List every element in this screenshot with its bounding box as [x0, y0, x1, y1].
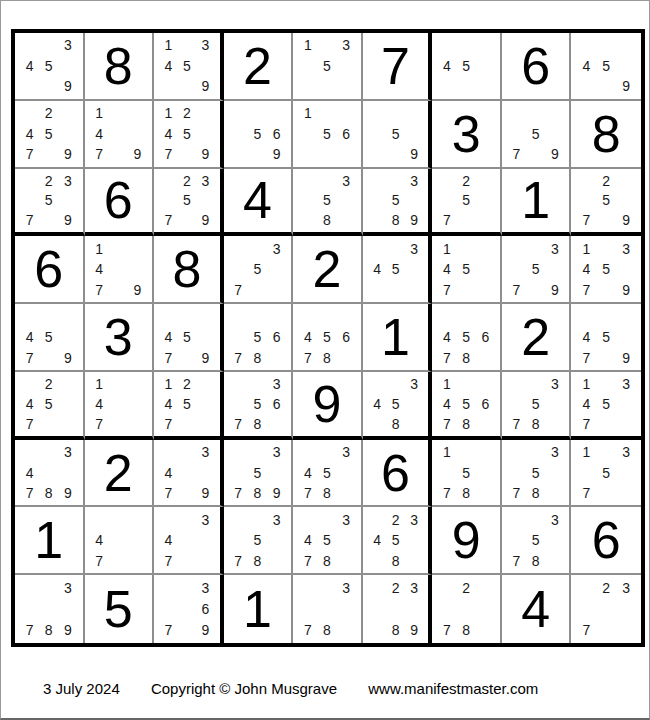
pencil-empty: [178, 598, 197, 619]
cell-r6c5[interactable]: 9: [293, 372, 363, 440]
pencil-empty: [248, 280, 267, 301]
cell-r9c9[interactable]: 237: [571, 575, 641, 643]
pencil-mark-5: 5: [317, 190, 336, 210]
pencil-empty: [545, 414, 564, 434]
cell-r5c4[interactable]: 5678: [224, 304, 294, 372]
cell-r2c6[interactable]: 59: [363, 101, 433, 169]
cell-r4c6[interactable]: 345: [363, 236, 433, 304]
cell-r1c4[interactable]: 2: [224, 33, 294, 101]
pencil-mark-5: 5: [248, 462, 267, 483]
pencil-mark-9: 9: [196, 210, 215, 230]
pencil-mark-3: 3: [616, 442, 636, 463]
pencil-empty: [267, 259, 286, 280]
pencil-empty: [298, 76, 317, 97]
pencil-mark-4: 4: [159, 123, 178, 144]
cell-r1c5[interactable]: 135: [293, 33, 363, 101]
pencil-mark-7: 7: [298, 347, 317, 368]
pencil-mark-3: 3: [616, 238, 636, 259]
pencil-mark-7: 7: [20, 620, 39, 641]
cell-r9c8[interactable]: 4: [502, 575, 572, 643]
pencil-mark-3: 3: [337, 442, 356, 463]
pencil-mark-6: 6: [267, 327, 286, 348]
pencil-mark-7: 7: [437, 210, 456, 230]
cell-r2c2[interactable]: 1479: [85, 101, 155, 169]
pencil-mark-9: 9: [58, 347, 77, 368]
pencil-empty: [368, 238, 387, 259]
cell-r8c1[interactable]: 1: [15, 507, 85, 575]
pencil-mark-1: 1: [90, 238, 109, 259]
pencil-empty: [405, 190, 424, 210]
pencil-mark-2: 2: [178, 374, 197, 394]
pencil-mark-7: 7: [20, 483, 39, 504]
pencil-mark-3: 3: [58, 171, 77, 191]
pencil-empty: [229, 238, 248, 259]
pencil-empty: [248, 103, 267, 124]
pencil-empty: [386, 171, 405, 191]
cell-r7c2[interactable]: 2: [85, 440, 155, 508]
pencil-empty: [58, 103, 77, 124]
cell-value: 3: [85, 304, 153, 370]
pencil-empty: [405, 259, 424, 280]
pencil-mark-2: 2: [39, 171, 58, 191]
cell-r5c7[interactable]: 45678: [432, 304, 502, 372]
pencil-marks: 45: [432, 33, 500, 99]
pencil-empty: [616, 35, 636, 56]
pencil-empty: [437, 35, 456, 56]
pencil-empty: [576, 35, 596, 56]
cell-r7c1[interactable]: 34789: [15, 440, 85, 508]
pencil-empty: [109, 238, 128, 259]
pencil-empty: [267, 103, 286, 124]
cell-r8c4[interactable]: 3578: [224, 507, 294, 575]
cell-r4c5[interactable]: 2: [293, 236, 363, 304]
pencil-mark-5: 5: [386, 123, 405, 144]
pencil-empty: [368, 210, 387, 230]
pencil-marks: 124579: [154, 101, 220, 167]
pencil-marks: 134579: [571, 236, 641, 302]
cell-r2c5[interactable]: 156: [293, 101, 363, 169]
cell-r9c7[interactable]: 278: [432, 575, 502, 643]
cell-r5c9[interactable]: 4579: [571, 304, 641, 372]
pencil-mark-3: 3: [267, 442, 286, 463]
cell-r3c5[interactable]: 358: [293, 169, 363, 237]
pencil-empty: [616, 171, 636, 191]
cell-r4c4[interactable]: 357: [224, 236, 294, 304]
pencil-marks: 23458: [363, 507, 429, 573]
pencil-empty: [109, 280, 128, 301]
pencil-marks: 147: [85, 372, 153, 436]
pencil-mark-7: 7: [20, 347, 39, 368]
pencil-mark-7: 7: [90, 144, 109, 165]
pencil-empty: [368, 144, 387, 165]
pencil-mark-4: 4: [298, 462, 317, 483]
pencil-empty: [405, 598, 424, 619]
pencil-empty: [596, 483, 616, 504]
pencil-empty: [386, 103, 405, 124]
pencil-marks: 2579: [571, 169, 641, 233]
pencil-marks: 1479: [85, 101, 153, 167]
cell-r9c4[interactable]: 1: [224, 575, 294, 643]
pencil-empty: [229, 442, 248, 463]
pencil-empty: [457, 210, 476, 230]
pencil-empty: [476, 620, 495, 641]
cell-r3c1[interactable]: 23579: [15, 169, 85, 237]
pencil-marks: 569: [224, 101, 292, 167]
pencil-empty: [109, 144, 128, 165]
pencil-marks: 47: [85, 507, 153, 573]
cell-r6c4[interactable]: 35678: [224, 372, 294, 440]
pencil-empty: [196, 306, 215, 327]
pencil-empty: [20, 442, 39, 463]
pencil-empty: [109, 374, 128, 394]
cell-r9c6[interactable]: 2389: [363, 575, 433, 643]
pencil-empty: [229, 123, 248, 144]
pencil-mark-7: 7: [437, 620, 456, 641]
pencil-mark-4: 4: [90, 394, 109, 414]
pencil-empty: [39, 442, 58, 463]
pencil-empty: [337, 598, 356, 619]
pencil-marks: 34578: [293, 507, 361, 573]
pencil-empty: [616, 190, 636, 210]
cell-r1c9[interactable]: 459: [571, 33, 641, 101]
pencil-empty: [437, 577, 456, 598]
cell-value: 9: [293, 372, 361, 436]
pencil-empty: [526, 442, 545, 463]
pencil-mark-4: 4: [159, 462, 178, 483]
cell-r6c7[interactable]: 145678: [432, 372, 502, 440]
pencil-mark-7: 7: [159, 414, 178, 434]
pencil-mark-5: 5: [526, 394, 545, 414]
pencil-mark-7: 7: [507, 280, 526, 301]
pencil-empty: [196, 190, 215, 210]
pencil-empty: [229, 259, 248, 280]
pencil-marks: 345: [363, 236, 429, 302]
pencil-mark-8: 8: [317, 347, 336, 368]
cell-r5c2[interactable]: 3: [85, 304, 155, 372]
pencil-mark-3: 3: [405, 171, 424, 191]
pencil-mark-5: 5: [596, 259, 616, 280]
pencil-mark-5: 5: [596, 327, 616, 348]
pencil-empty: [337, 56, 356, 77]
pencil-marks: 4579: [154, 304, 220, 370]
pencil-empty: [368, 374, 387, 394]
cell-value: 6: [85, 169, 153, 233]
pencil-empty: [128, 103, 147, 124]
cell-r4c1[interactable]: 6: [15, 236, 85, 304]
cell-r3c4[interactable]: 4: [224, 169, 294, 237]
cell-r5c8[interactable]: 2: [502, 304, 572, 372]
pencil-empty: [128, 238, 147, 259]
pencil-empty: [20, 76, 39, 97]
cell-r1c1[interactable]: 3459: [15, 33, 85, 101]
cell-value: 1: [502, 169, 570, 233]
pencil-mark-3: 3: [545, 238, 564, 259]
pencil-mark-7: 7: [298, 551, 317, 572]
cell-r9c5[interactable]: 378: [293, 575, 363, 643]
pencil-empty: [457, 35, 476, 56]
pencil-mark-3: 3: [616, 374, 636, 394]
pencil-empty: [317, 598, 336, 619]
pencil-empty: [39, 306, 58, 327]
pencil-empty: [317, 76, 336, 97]
cell-r4c3[interactable]: 8: [154, 236, 224, 304]
cell-r5c1[interactable]: 4579: [15, 304, 85, 372]
pencil-empty: [178, 144, 197, 165]
pencil-empty: [368, 598, 387, 619]
cell-r6c9[interactable]: 13457: [571, 372, 641, 440]
pencil-marks: 3578: [224, 507, 292, 573]
pencil-empty: [178, 35, 197, 56]
pencil-marks: 237: [571, 575, 641, 643]
pencil-empty: [507, 238, 526, 259]
cell-r6c6[interactable]: 3458: [363, 372, 433, 440]
pencil-mark-1: 1: [298, 103, 317, 124]
cell-r2c9[interactable]: 8: [571, 101, 641, 169]
pencil-empty: [298, 577, 317, 598]
cell-r1c3[interactable]: 13459: [154, 33, 224, 101]
cell-r9c2[interactable]: 5: [85, 575, 155, 643]
cell-r1c7[interactable]: 45: [432, 33, 502, 101]
cell-r2c1[interactable]: 24579: [15, 101, 85, 169]
pencil-empty: [526, 280, 545, 301]
pencil-empty: [457, 598, 476, 619]
pencil-empty: [229, 462, 248, 483]
pencil-mark-5: 5: [386, 259, 405, 280]
pencil-empty: [267, 306, 286, 327]
pencil-empty: [248, 374, 267, 394]
pencil-empty: [39, 462, 58, 483]
pencil-empty: [20, 190, 39, 210]
cell-r9c3[interactable]: 3679: [154, 575, 224, 643]
cell-r6c3[interactable]: 12457: [154, 372, 224, 440]
cell-r8c5[interactable]: 34578: [293, 507, 363, 575]
pencil-empty: [616, 394, 636, 414]
cell-r5c3[interactable]: 4579: [154, 304, 224, 372]
pencil-empty: [178, 509, 197, 530]
pencil-mark-7: 7: [576, 414, 596, 434]
cell-r8c7[interactable]: 9: [432, 507, 502, 575]
pencil-mark-9: 9: [616, 347, 636, 368]
pencil-marks: 278: [432, 575, 500, 643]
pencil-empty: [476, 238, 495, 259]
cell-r3c7[interactable]: 257: [432, 169, 502, 237]
pencil-empty: [248, 238, 267, 259]
cell-r3c3[interactable]: 23579: [154, 169, 224, 237]
cell-r2c3[interactable]: 124579: [154, 101, 224, 169]
pencil-empty: [457, 442, 476, 463]
pencil-empty: [476, 171, 495, 191]
cell-r7c7[interactable]: 1578: [432, 440, 502, 508]
pencil-empty: [596, 306, 616, 327]
pencil-marks: 3479: [154, 440, 220, 506]
pencil-empty: [248, 144, 267, 165]
cell-r4c8[interactable]: 3579: [502, 236, 572, 304]
pencil-empty: [616, 327, 636, 348]
cell-value: 6: [15, 236, 83, 302]
pencil-mark-5: 5: [178, 190, 197, 210]
cell-r7c3[interactable]: 3479: [154, 440, 224, 508]
pencil-mark-7: 7: [298, 620, 317, 641]
pencil-empty: [596, 76, 616, 97]
pencil-mark-8: 8: [248, 551, 267, 572]
pencil-empty: [229, 374, 248, 394]
pencil-mark-7: 7: [437, 280, 456, 301]
pencil-mark-9: 9: [545, 280, 564, 301]
pencil-mark-6: 6: [476, 327, 495, 348]
cell-r9c1[interactable]: 3789: [15, 575, 85, 643]
pencil-empty: [317, 103, 336, 124]
pencil-empty: [507, 259, 526, 280]
pencil-mark-7: 7: [90, 551, 109, 572]
pencil-mark-4: 4: [20, 123, 39, 144]
cell-r4c7[interactable]: 1457: [432, 236, 502, 304]
cell-r2c8[interactable]: 579: [502, 101, 572, 169]
pencil-empty: [128, 394, 147, 414]
pencil-empty: [386, 374, 405, 394]
cell-r4c2[interactable]: 1479: [85, 236, 155, 304]
pencil-marks: 23579: [15, 169, 83, 233]
pencil-mark-7: 7: [437, 483, 456, 504]
cell-r5c5[interactable]: 45678: [293, 304, 363, 372]
cell-r7c8[interactable]: 3578: [502, 440, 572, 508]
pencil-empty: [178, 347, 197, 368]
pencil-empty: [317, 306, 336, 327]
pencil-empty: [616, 598, 636, 619]
pencil-empty: [298, 123, 317, 144]
pencil-mark-2: 2: [178, 103, 197, 124]
pencil-empty: [178, 414, 197, 434]
pencil-empty: [39, 577, 58, 598]
cell-r7c5[interactable]: 34578: [293, 440, 363, 508]
pencil-empty: [476, 462, 495, 483]
cell-r7c9[interactable]: 1357: [571, 440, 641, 508]
pencil-empty: [405, 551, 424, 572]
pencil-empty: [159, 577, 178, 598]
cell-r3c8[interactable]: 1: [502, 169, 572, 237]
pencil-mark-9: 9: [267, 483, 286, 504]
cell-r3c6[interactable]: 3589: [363, 169, 433, 237]
pencil-empty: [229, 509, 248, 530]
cell-r6c1[interactable]: 2457: [15, 372, 85, 440]
pencil-empty: [229, 144, 248, 165]
pencil-empty: [576, 76, 596, 97]
pencil-empty: [386, 144, 405, 165]
pencil-mark-5: 5: [596, 462, 616, 483]
pencil-empty: [616, 414, 636, 434]
cell-r3c2[interactable]: 6: [85, 169, 155, 237]
pencil-empty: [596, 280, 616, 301]
pencil-mark-7: 7: [576, 347, 596, 368]
pencil-empty: [58, 374, 77, 394]
cell-r1c8[interactable]: 6: [502, 33, 572, 101]
pencil-empty: [58, 598, 77, 619]
pencil-empty: [576, 577, 596, 598]
cell-r5c6[interactable]: 1: [363, 304, 433, 372]
pencil-mark-2: 2: [39, 374, 58, 394]
cell-r1c2[interactable]: 8: [85, 33, 155, 101]
pencil-mark-9: 9: [196, 76, 215, 97]
pencil-empty: [128, 530, 147, 551]
puzzle-page: { "game": "sudoku", "grid": { "size": 9,…: [0, 0, 650, 720]
pencil-empty: [596, 620, 616, 641]
pencil-empty: [437, 306, 456, 327]
pencil-empty: [476, 577, 495, 598]
pencil-empty: [337, 306, 356, 327]
pencil-mark-5: 5: [178, 123, 197, 144]
cell-r1c6[interactable]: 7: [363, 33, 433, 101]
pencil-empty: [507, 103, 526, 124]
pencil-empty: [386, 598, 405, 619]
pencil-empty: [229, 327, 248, 348]
pencil-mark-7: 7: [507, 551, 526, 572]
pencil-empty: [39, 76, 58, 97]
pencil-marks: 2457: [15, 372, 83, 436]
pencil-empty: [457, 238, 476, 259]
pencil-marks: 3459: [15, 33, 83, 99]
pencil-empty: [298, 442, 317, 463]
pencil-empty: [109, 530, 128, 551]
cell-r8c9[interactable]: 6: [571, 507, 641, 575]
pencil-empty: [267, 530, 286, 551]
pencil-empty: [109, 509, 128, 530]
cell-r2c4[interactable]: 569: [224, 101, 294, 169]
cell-r8c8[interactable]: 3578: [502, 507, 572, 575]
pencil-mark-3: 3: [196, 577, 215, 598]
cell-r6c8[interactable]: 3578: [502, 372, 572, 440]
pencil-mark-4: 4: [298, 327, 317, 348]
pencil-mark-5: 5: [526, 259, 545, 280]
cell-r7c6[interactable]: 6: [363, 440, 433, 508]
cell-r8c6[interactable]: 23458: [363, 507, 433, 575]
pencil-mark-9: 9: [58, 483, 77, 504]
pencil-empty: [248, 306, 267, 327]
cell-r7c4[interactable]: 35789: [224, 440, 294, 508]
pencil-marks: 459: [571, 33, 641, 99]
cell-r8c2[interactable]: 47: [85, 507, 155, 575]
pencil-empty: [178, 462, 197, 483]
pencil-mark-7: 7: [20, 414, 39, 434]
cell-r4c9[interactable]: 134579: [571, 236, 641, 304]
pencil-empty: [545, 259, 564, 280]
pencil-mark-3: 3: [405, 238, 424, 259]
cell-value: 2: [224, 33, 292, 99]
pencil-mark-5: 5: [317, 327, 336, 348]
pencil-mark-9: 9: [58, 620, 77, 641]
pencil-mark-8: 8: [317, 551, 336, 572]
pencil-mark-4: 4: [437, 56, 456, 77]
pencil-mark-5: 5: [386, 530, 405, 551]
cell-r6c2[interactable]: 147: [85, 372, 155, 440]
pencil-mark-8: 8: [526, 551, 545, 572]
pencil-empty: [159, 598, 178, 619]
pencil-mark-8: 8: [386, 551, 405, 572]
pencil-empty: [159, 190, 178, 210]
pencil-mark-9: 9: [128, 144, 147, 165]
pencil-mark-4: 4: [298, 530, 317, 551]
pencil-empty: [229, 306, 248, 327]
pencil-empty: [545, 551, 564, 572]
pencil-mark-4: 4: [20, 56, 39, 77]
cell-r8c3[interactable]: 347: [154, 507, 224, 575]
cell-r2c7[interactable]: 3: [432, 101, 502, 169]
pencil-mark-7: 7: [159, 483, 178, 504]
pencil-empty: [159, 509, 178, 530]
pencil-mark-5: 5: [248, 123, 267, 144]
cell-value: 8: [154, 236, 220, 302]
cell-r3c9[interactable]: 2579: [571, 169, 641, 237]
pencil-empty: [196, 123, 215, 144]
pencil-empty: [337, 483, 356, 504]
